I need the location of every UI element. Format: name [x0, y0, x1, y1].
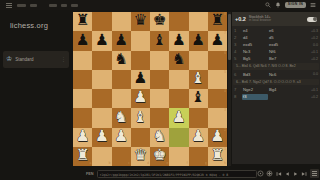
- move-row: 7Nge2Bg4+0.1: [232, 86, 320, 93]
- black-pawn[interactable]: ♟: [172, 33, 186, 50]
- engine-toggle[interactable]: [307, 17, 317, 22]
- move-row: 2d4d5+0.2: [232, 34, 320, 41]
- white-bishop[interactable]: ♝: [191, 71, 205, 88]
- file-coordinate: h: [224, 162, 226, 165]
- move-number: 6: [234, 72, 242, 77]
- move-row: 3exd5exd50.0: [232, 41, 320, 48]
- square-c1[interactable]: c: [112, 147, 131, 166]
- white-rook[interactable]: ♜: [76, 148, 90, 165]
- move-white[interactable]: e4: [242, 28, 268, 34]
- black-bishop[interactable]: ♝: [153, 33, 167, 50]
- white-rook[interactable]: ♜: [210, 148, 224, 165]
- engine-location: in local browser: [249, 19, 271, 23]
- move-eval: +0.2: [311, 95, 318, 99]
- square-e1[interactable]: e♚: [150, 147, 169, 166]
- lichess-analysis-page: { "game": "chess", "site": "lichess.org"…: [0, 0, 320, 180]
- square-d8[interactable]: ♛: [131, 12, 150, 31]
- last-move-icon[interactable]: [301, 171, 307, 177]
- square-e6[interactable]: [150, 51, 169, 70]
- square-h4[interactable]: 4: [208, 89, 227, 108]
- rank-coordinate: 1: [224, 148, 226, 151]
- move-eval: 0.0: [313, 72, 318, 76]
- square-b1[interactable]: b: [92, 147, 111, 166]
- square-a6[interactable]: [73, 51, 92, 70]
- square-g4[interactable]: ♝: [189, 89, 208, 108]
- move-white[interactable]: d4: [242, 35, 268, 41]
- nav-item[interactable]: [30, 4, 37, 7]
- more-dots-icon[interactable]: ⋮: [61, 57, 66, 62]
- black-bishop[interactable]: ♝: [191, 90, 205, 107]
- move-number: 2: [234, 35, 242, 40]
- move-number: 5: [234, 56, 242, 61]
- move-eval: +0.3: [311, 29, 318, 33]
- move-black[interactable]: Nf6: [268, 49, 294, 55]
- square-a3[interactable]: [73, 108, 92, 127]
- square-f1[interactable]: f: [169, 147, 188, 166]
- engine-eval: +0.2: [235, 16, 246, 22]
- move-eval: +0.2: [311, 57, 318, 61]
- playback-controls: [257, 169, 320, 178]
- white-bishop[interactable]: ♝: [133, 110, 147, 127]
- engine-eval-box: +0.2 Stockfish 14+ in local browser: [232, 12, 320, 26]
- move-black[interactable]: Bg4: [268, 87, 294, 93]
- square-c7[interactable]: ♟: [112, 31, 131, 50]
- nav-item[interactable]: [49, 4, 57, 7]
- fen-input[interactable]: r2qk2r/ppp1bppp/2n2n2/3p2B1/3P2b1/2NB1P2…: [97, 170, 257, 178]
- top-navbar: SIGN IN: [0, 0, 320, 10]
- square-c8[interactable]: [112, 12, 131, 31]
- bell-icon[interactable]: [275, 2, 281, 8]
- rank-coordinate: 2: [224, 129, 226, 132]
- square-a5[interactable]: [73, 70, 92, 89]
- first-move-icon[interactable]: [276, 171, 282, 177]
- rank-coordinate: 7: [224, 32, 226, 35]
- white-knight[interactable]: ♞: [114, 110, 128, 127]
- move-black[interactable]: Be7: [268, 56, 294, 62]
- square-d6[interactable]: [131, 51, 150, 70]
- black-queen[interactable]: ♛: [133, 13, 147, 30]
- square-d5[interactable]: ♟: [131, 70, 150, 89]
- file-coordinate: f: [187, 162, 188, 165]
- square-f8[interactable]: [169, 12, 188, 31]
- file-coordinate: a: [90, 162, 92, 165]
- white-pawn[interactable]: ♟: [191, 129, 205, 146]
- chess-board: ♜♛♚8♜♟♟♟♝♟♟7♟♞♞6♟♝5♟♝4♞♝♟3♟♟♟♞♟2♟a♜bcd♛e…: [73, 12, 227, 166]
- white-pawn[interactable]: ♟: [133, 90, 147, 107]
- move-black[interactable]: Nc6: [268, 71, 294, 77]
- variation-line[interactable]: 6... Be6 7. Nge2 Qd7 8. O-O O-O-O 9. a3: [233, 79, 319, 86]
- file-coordinate: b: [109, 162, 111, 165]
- white-pawn[interactable]: ♟: [95, 129, 109, 146]
- move-white[interactable]: Bd3: [242, 71, 268, 77]
- square-d4[interactable]: ♟: [131, 89, 150, 108]
- square-g2[interactable]: ♟: [189, 128, 208, 147]
- square-b4[interactable]: [92, 89, 111, 108]
- nav-item[interactable]: [17, 4, 26, 7]
- white-pawn[interactable]: ♟: [172, 110, 186, 127]
- square-c6[interactable]: ♞: [112, 51, 131, 70]
- square-h2[interactable]: 2♟: [208, 128, 227, 147]
- move-white[interactable]: Bg5: [242, 56, 268, 62]
- white-knight[interactable]: ♞: [153, 129, 167, 146]
- square-e8[interactable]: ♚: [150, 12, 169, 31]
- square-a7[interactable]: ♟: [73, 31, 92, 50]
- move-number: 8: [234, 94, 242, 99]
- square-c3[interactable]: ♞: [112, 108, 131, 127]
- square-f6[interactable]: ♞: [169, 51, 188, 70]
- panel-scrollbar[interactable]: [228, 12, 231, 166]
- square-h1[interactable]: h1♜: [208, 147, 227, 166]
- square-h7[interactable]: 7♟: [208, 31, 227, 50]
- move-white[interactable]: f3: [242, 94, 268, 100]
- move-black[interactable]: e6: [268, 28, 294, 34]
- black-rook[interactable]: ♜: [76, 13, 90, 30]
- cycle-icon[interactable]: [257, 170, 264, 177]
- square-a4[interactable]: [73, 89, 92, 108]
- square-b3[interactable]: [92, 108, 111, 127]
- sign-in-button[interactable]: SIGN IN: [285, 2, 306, 8]
- black-knight[interactable]: ♞: [114, 52, 128, 69]
- scrollbar-thumb[interactable]: [228, 14, 231, 60]
- toggle-knob: [313, 17, 317, 21]
- rank-coordinate: 3: [224, 109, 226, 112]
- square-g8[interactable]: [189, 12, 208, 31]
- black-pawn[interactable]: ♟: [95, 33, 109, 50]
- move-row: 8f3+0.2: [232, 93, 320, 100]
- square-g3[interactable]: [189, 108, 208, 127]
- white-pawn[interactable]: ♟: [210, 129, 224, 146]
- square-f5[interactable]: [169, 70, 188, 89]
- black-pawn[interactable]: ♟: [114, 33, 128, 50]
- rank-coordinate: 8: [224, 13, 226, 16]
- rank-coordinate: 4: [224, 90, 226, 93]
- move-black[interactable]: d5: [268, 35, 294, 41]
- square-h6[interactable]: 6: [208, 51, 227, 70]
- square-e3[interactable]: [150, 108, 169, 127]
- square-f2[interactable]: [169, 128, 188, 147]
- move-number: 7: [234, 87, 242, 92]
- square-e4[interactable]: [150, 89, 169, 108]
- square-h3[interactable]: 3: [208, 108, 227, 127]
- analysis-menu-button[interactable]: [310, 169, 319, 178]
- prev-move-icon[interactable]: [284, 171, 290, 177]
- white-king[interactable]: ♚: [153, 148, 167, 165]
- fen-label: FEN: [86, 172, 94, 176]
- square-b8[interactable]: [92, 12, 111, 31]
- move-eval: +0.1: [311, 50, 318, 54]
- move-eval: 0.0: [313, 43, 318, 47]
- move-row: 5Bg5Be7+0.2: [232, 55, 320, 62]
- white-queen[interactable]: ♛: [133, 148, 147, 165]
- move-white[interactable]: Nc3: [242, 49, 268, 55]
- hamburger-icon[interactable]: [6, 3, 12, 8]
- square-f4[interactable]: [169, 89, 188, 108]
- move-number: 3: [234, 42, 242, 47]
- square-g5[interactable]: ♝: [189, 70, 208, 89]
- rank-coordinate: 5: [224, 71, 226, 74]
- gear-icon[interactable]: [266, 170, 273, 177]
- square-d3[interactable]: ♝: [131, 108, 150, 127]
- square-g7[interactable]: ♟: [189, 31, 208, 50]
- move-number: 4: [234, 49, 242, 54]
- square-f3[interactable]: ♟: [169, 108, 188, 127]
- square-b5[interactable]: [92, 70, 111, 89]
- square-g1[interactable]: g: [189, 147, 208, 166]
- square-d7[interactable]: [131, 31, 150, 50]
- black-pawn[interactable]: ♟: [133, 71, 147, 88]
- move-white[interactable]: Nge2: [242, 87, 268, 93]
- lichess-logo[interactable]: lichess.org: [10, 21, 48, 30]
- white-pawn[interactable]: ♟: [76, 129, 90, 146]
- bottom-bar: FEN r2qk2r/ppp1bppp/2n2n2/3p2B1/3P2b1/2N…: [73, 167, 320, 180]
- square-a2[interactable]: ♟: [73, 128, 92, 147]
- file-coordinate: c: [128, 162, 130, 165]
- square-a8[interactable]: ♜: [73, 12, 92, 31]
- move-white[interactable]: exd5: [242, 42, 268, 48]
- next-move-icon[interactable]: [293, 171, 299, 177]
- variant-label: Standard: [15, 57, 33, 62]
- black-knight[interactable]: ♞: [172, 52, 186, 69]
- square-b6[interactable]: [92, 51, 111, 70]
- file-coordinate: g: [205, 162, 207, 165]
- search-icon[interactable]: [265, 2, 271, 8]
- move-eval: +0.1: [311, 88, 318, 92]
- move-row: 1e4e6+0.3: [232, 27, 320, 34]
- move-eval: +0.2: [311, 36, 318, 40]
- square-e2[interactable]: ♞: [150, 128, 169, 147]
- square-e5[interactable]: [150, 70, 169, 89]
- rank-coordinate: 6: [224, 52, 226, 55]
- black-king[interactable]: ♚: [153, 13, 167, 30]
- square-g6[interactable]: [189, 51, 208, 70]
- square-e7[interactable]: ♝: [150, 31, 169, 50]
- move-row: 6Bd3Nc60.0: [232, 71, 320, 78]
- menu-grid-icon[interactable]: [310, 2, 316, 8]
- square-h5[interactable]: 5: [208, 70, 227, 89]
- square-d2[interactable]: [131, 128, 150, 147]
- white-pawn[interactable]: ♟: [114, 129, 128, 146]
- black-rook[interactable]: ♜: [210, 13, 224, 30]
- square-b7[interactable]: ♟: [92, 31, 111, 50]
- square-c2[interactable]: ♟: [112, 128, 131, 147]
- variation-line[interactable]: 5... Bb4 6. Qd3 Nc6 7. Nf3 O-O 8. Be2: [233, 63, 319, 70]
- move-list: 1e4e6+0.32d4d5+0.23exd5exd50.04Nc3Nf6+0.…: [232, 26, 320, 164]
- move-number: 1: [234, 28, 242, 33]
- black-pawn[interactable]: ♟: [191, 33, 205, 50]
- nav-item[interactable]: [71, 4, 78, 7]
- black-pawn[interactable]: ♟: [210, 33, 224, 50]
- square-a1[interactable]: a♜: [73, 147, 92, 166]
- square-b2[interactable]: ♟: [92, 128, 111, 147]
- square-h8[interactable]: 8♜: [208, 12, 227, 31]
- move-black: [268, 96, 294, 97]
- square-f7[interactable]: ♟: [169, 31, 188, 50]
- nav-item[interactable]: [61, 4, 67, 7]
- variant-icon: ♔: [6, 56, 12, 63]
- variant-selector[interactable]: ♔ Standard ⋮: [3, 51, 69, 68]
- file-coordinate: d: [147, 162, 149, 165]
- square-d1[interactable]: d♛: [131, 147, 150, 166]
- square-c4[interactable]: [112, 89, 131, 108]
- square-c5[interactable]: [112, 70, 131, 89]
- move-row: 4Nc3Nf6+0.1: [232, 48, 320, 55]
- black-pawn[interactable]: ♟: [76, 33, 90, 50]
- move-black[interactable]: exd5: [268, 42, 294, 48]
- analysis-panel: +0.2 Stockfish 14+ in local browser 1e4e…: [232, 12, 320, 164]
